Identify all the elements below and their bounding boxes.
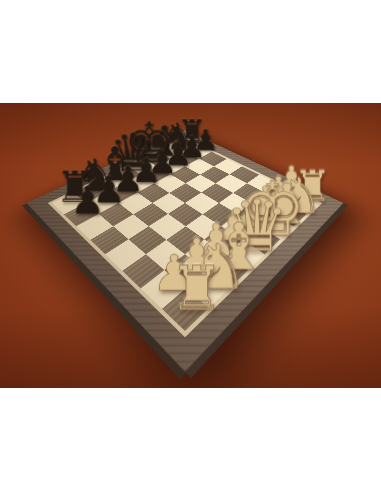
square-f3 (218, 193, 251, 214)
table-surface: ♜♞♝♛♚♝♞♜♟♟♟♟♟♟♟♟♟♟♟♟♟♟♟♟♜♞♝♛♚♝♞♜ (0, 103, 381, 388)
piece-white-knight-g1: ♞ (262, 171, 338, 220)
letterbox-bottom (0, 388, 381, 492)
board-frame-inner-line: ♜♞♝♛♚♝♞♜♟♟♟♟♟♟♟♟♟♟♟♟♟♟♟♟♜♞♝♛♚♝♞♜ (48, 137, 322, 337)
chess-board: ♜♞♝♛♚♝♞♜♟♟♟♟♟♟♟♟♟♟♟♟♟♟♟♟♜♞♝♛♚♝♞♜ (27, 130, 344, 372)
piece-black-rook-a8: ♜ (38, 166, 111, 209)
piece-black-rook-h8: ♜ (163, 115, 219, 148)
piece-white-bishop-f1: ♝ (247, 177, 327, 233)
chess-photo: ♜♞♝♛♚♝♞♜♟♟♟♟♟♟♟♟♟♟♟♟♟♟♟♟♜♞♝♛♚♝♞♜ (0, 103, 381, 388)
letterbox-top (0, 0, 381, 103)
board-grid: ♜♞♝♛♚♝♞♜♟♟♟♟♟♟♟♟♟♟♟♟♟♟♟♟♜♞♝♛♚♝♞♜ (52, 139, 318, 331)
page: ♜♞♝♛♚♝♞♜♟♟♟♟♟♟♟♟♟♟♟♟♟♟♟♟♜♞♝♛♚♝♞♜ (0, 0, 381, 492)
